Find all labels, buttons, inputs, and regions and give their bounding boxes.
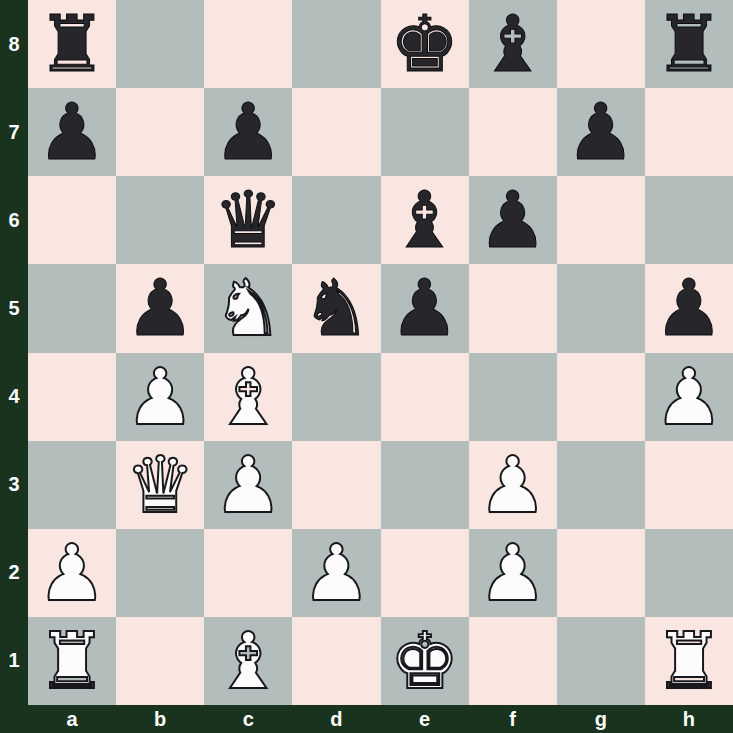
square-e8[interactable]: ♚ (381, 0, 469, 88)
square-f1[interactable] (469, 617, 557, 705)
piece-white-queen-b3[interactable]: ♛ (125, 441, 195, 529)
file-label-g: g (557, 705, 645, 733)
square-c2[interactable] (204, 529, 292, 617)
square-c4[interactable]: ♝ (204, 353, 292, 441)
square-d5[interactable]: ♞ (292, 264, 380, 352)
piece-white-pawn-c3[interactable]: ♟ (213, 441, 283, 529)
piece-black-pawn-b5[interactable]: ♟ (125, 264, 195, 352)
rank-label-8: 8 (0, 0, 28, 88)
piece-white-bishop-c1[interactable]: ♝ (213, 617, 283, 705)
square-h7[interactable] (645, 88, 733, 176)
rank-label-2: 2 (0, 529, 28, 617)
square-f7[interactable] (469, 88, 557, 176)
square-h4[interactable]: ♟ (645, 353, 733, 441)
square-f5[interactable] (469, 264, 557, 352)
piece-white-pawn-d2[interactable]: ♟ (301, 529, 371, 617)
file-labels: abcdefgh (28, 705, 733, 733)
square-a6[interactable] (28, 176, 116, 264)
file-label-h: h (645, 705, 733, 733)
square-h2[interactable] (645, 529, 733, 617)
piece-black-bishop-e6[interactable]: ♝ (390, 176, 460, 264)
square-h6[interactable] (645, 176, 733, 264)
piece-white-pawn-h4[interactable]: ♟ (654, 353, 724, 441)
square-h3[interactable] (645, 441, 733, 529)
piece-black-rook-h8[interactable]: ♜ (654, 0, 724, 88)
square-e4[interactable] (381, 353, 469, 441)
square-a2[interactable]: ♟ (28, 529, 116, 617)
square-a7[interactable]: ♟ (28, 88, 116, 176)
square-d7[interactable] (292, 88, 380, 176)
piece-black-bishop-f8[interactable]: ♝ (478, 0, 548, 88)
file-label-e: e (381, 705, 469, 733)
square-g4[interactable] (557, 353, 645, 441)
square-d3[interactable] (292, 441, 380, 529)
piece-white-pawn-f2[interactable]: ♟ (478, 529, 548, 617)
piece-white-bishop-c4[interactable]: ♝ (213, 353, 283, 441)
piece-white-pawn-b4[interactable]: ♟ (125, 353, 195, 441)
square-d1[interactable] (292, 617, 380, 705)
piece-white-pawn-f3[interactable]: ♟ (478, 441, 548, 529)
rank-label-5: 5 (0, 264, 28, 352)
rank-label-6: 6 (0, 176, 28, 264)
square-g2[interactable] (557, 529, 645, 617)
piece-black-rook-a8[interactable]: ♜ (37, 0, 107, 88)
square-c5[interactable]: ♞ (204, 264, 292, 352)
piece-black-pawn-e5[interactable]: ♟ (390, 264, 460, 352)
square-f4[interactable] (469, 353, 557, 441)
square-f6[interactable]: ♟ (469, 176, 557, 264)
piece-white-pawn-a2[interactable]: ♟ (37, 529, 107, 617)
square-g1[interactable] (557, 617, 645, 705)
square-c1[interactable]: ♝ (204, 617, 292, 705)
square-c3[interactable]: ♟ (204, 441, 292, 529)
square-a4[interactable] (28, 353, 116, 441)
piece-black-knight-d5[interactable]: ♞ (301, 264, 371, 352)
square-a3[interactable] (28, 441, 116, 529)
piece-black-queen-c6[interactable]: ♛ (213, 176, 283, 264)
square-g7[interactable]: ♟ (557, 88, 645, 176)
piece-black-pawn-f6[interactable]: ♟ (478, 176, 548, 264)
square-b5[interactable]: ♟ (116, 264, 204, 352)
chess-board: ♜♚♝♜♟♟♟♛♝♟♟♞♞♟♟♟♝♟♛♟♟♟♟♟♜♝♚♜ (28, 0, 733, 705)
piece-black-pawn-a7[interactable]: ♟ (37, 88, 107, 176)
file-label-c: c (204, 705, 292, 733)
square-d2[interactable]: ♟ (292, 529, 380, 617)
piece-white-knight-c5[interactable]: ♞ (213, 264, 283, 352)
chess-diagram: 87654321 ♜♚♝♜♟♟♟♛♝♟♟♞♞♟♟♟♝♟♛♟♟♟♟♟♜♝♚♜ ab… (0, 0, 733, 733)
square-e2[interactable] (381, 529, 469, 617)
square-c7[interactable]: ♟ (204, 88, 292, 176)
square-a5[interactable] (28, 264, 116, 352)
piece-white-rook-h1[interactable]: ♜ (654, 617, 724, 705)
square-b6[interactable] (116, 176, 204, 264)
piece-black-pawn-c7[interactable]: ♟ (213, 88, 283, 176)
square-g6[interactable] (557, 176, 645, 264)
piece-black-pawn-h5[interactable]: ♟ (654, 264, 724, 352)
square-b8[interactable] (116, 0, 204, 88)
square-f8[interactable]: ♝ (469, 0, 557, 88)
square-a1[interactable]: ♜ (28, 617, 116, 705)
square-b2[interactable] (116, 529, 204, 617)
square-d6[interactable] (292, 176, 380, 264)
piece-white-king-e1[interactable]: ♚ (390, 617, 460, 705)
file-label-f: f (469, 705, 557, 733)
square-g5[interactable] (557, 264, 645, 352)
square-h1[interactable]: ♜ (645, 617, 733, 705)
square-h5[interactable]: ♟ (645, 264, 733, 352)
square-b1[interactable] (116, 617, 204, 705)
square-d8[interactable] (292, 0, 380, 88)
square-e7[interactable] (381, 88, 469, 176)
file-label-b: b (116, 705, 204, 733)
square-c6[interactable]: ♛ (204, 176, 292, 264)
rank-labels: 87654321 (0, 0, 28, 705)
square-f2[interactable]: ♟ (469, 529, 557, 617)
file-label-a: a (28, 705, 116, 733)
rank-label-4: 4 (0, 353, 28, 441)
square-g3[interactable] (557, 441, 645, 529)
piece-white-rook-a1[interactable]: ♜ (37, 617, 107, 705)
square-b4[interactable]: ♟ (116, 353, 204, 441)
square-h8[interactable]: ♜ (645, 0, 733, 88)
square-e3[interactable] (381, 441, 469, 529)
square-g8[interactable] (557, 0, 645, 88)
square-d4[interactable] (292, 353, 380, 441)
square-c8[interactable] (204, 0, 292, 88)
square-e5[interactable]: ♟ (381, 264, 469, 352)
rank-label-3: 3 (0, 441, 28, 529)
rank-label-1: 1 (0, 617, 28, 705)
square-f3[interactable]: ♟ (469, 441, 557, 529)
rank-label-7: 7 (0, 88, 28, 176)
piece-black-pawn-g7[interactable]: ♟ (566, 88, 636, 176)
square-b3[interactable]: ♛ (116, 441, 204, 529)
square-e1[interactable]: ♚ (381, 617, 469, 705)
square-a8[interactable]: ♜ (28, 0, 116, 88)
file-label-d: d (292, 705, 380, 733)
square-e6[interactable]: ♝ (381, 176, 469, 264)
piece-black-king-e8[interactable]: ♚ (390, 0, 460, 88)
square-b7[interactable] (116, 88, 204, 176)
